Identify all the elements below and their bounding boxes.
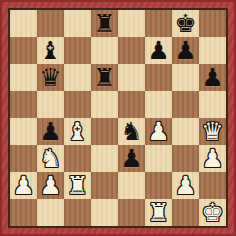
square-h5[interactable] [199, 91, 226, 118]
square-e7[interactable] [118, 37, 145, 64]
square-e4[interactable]: ♞ [118, 118, 145, 145]
square-f7[interactable]: ♟ [145, 37, 172, 64]
square-c5[interactable] [64, 91, 91, 118]
square-g5[interactable] [172, 91, 199, 118]
piece-white-pawn: ♟ [145, 118, 172, 145]
square-h8[interactable] [199, 10, 226, 37]
square-a5[interactable] [10, 91, 37, 118]
square-e8[interactable] [118, 10, 145, 37]
piece-black-bishop: ♝ [37, 37, 64, 64]
piece-black-pawn: ♟ [172, 37, 199, 64]
square-h2[interactable] [199, 172, 226, 199]
square-b6[interactable]: ♛ [37, 64, 64, 91]
piece-black-knight: ♞ [118, 118, 145, 145]
piece-white-knight: ♞ [37, 145, 64, 172]
board-frame: ♜♚♝♟♟♛♜♟♟♝♞♟♛♞♟♟♟♟♜♟♜♚ [0, 0, 236, 236]
square-d1[interactable] [91, 199, 118, 226]
square-d3[interactable] [91, 145, 118, 172]
piece-black-king: ♚ [172, 10, 199, 37]
piece-black-pawn: ♟ [199, 64, 226, 91]
piece-white-king: ♚ [199, 199, 226, 226]
square-d7[interactable] [91, 37, 118, 64]
piece-white-pawn: ♟ [172, 172, 199, 199]
square-g2[interactable]: ♟ [172, 172, 199, 199]
square-g1[interactable] [172, 199, 199, 226]
square-f5[interactable] [145, 91, 172, 118]
square-e3[interactable]: ♟ [118, 145, 145, 172]
square-a2[interactable]: ♟ [10, 172, 37, 199]
square-g7[interactable]: ♟ [172, 37, 199, 64]
square-a3[interactable] [10, 145, 37, 172]
piece-white-pawn: ♟ [37, 172, 64, 199]
square-c4[interactable]: ♝ [64, 118, 91, 145]
square-h4[interactable]: ♛ [199, 118, 226, 145]
piece-black-pawn: ♟ [145, 37, 172, 64]
square-f6[interactable] [145, 64, 172, 91]
square-a4[interactable] [10, 118, 37, 145]
square-a6[interactable] [10, 64, 37, 91]
piece-white-rook: ♜ [145, 199, 172, 226]
piece-white-pawn: ♟ [199, 145, 226, 172]
square-a8[interactable] [10, 10, 37, 37]
square-e5[interactable] [118, 91, 145, 118]
square-d4[interactable] [91, 118, 118, 145]
square-f3[interactable] [145, 145, 172, 172]
square-c2[interactable]: ♜ [64, 172, 91, 199]
square-h1[interactable]: ♚ [199, 199, 226, 226]
square-a1[interactable] [10, 199, 37, 226]
square-b2[interactable]: ♟ [37, 172, 64, 199]
square-f4[interactable]: ♟ [145, 118, 172, 145]
square-c8[interactable] [64, 10, 91, 37]
square-h7[interactable] [199, 37, 226, 64]
square-f2[interactable] [145, 172, 172, 199]
square-g6[interactable] [172, 64, 199, 91]
square-h3[interactable]: ♟ [199, 145, 226, 172]
square-c1[interactable] [64, 199, 91, 226]
chess-board: ♜♚♝♟♟♛♜♟♟♝♞♟♛♞♟♟♟♟♜♟♜♚ [8, 8, 228, 228]
square-g8[interactable]: ♚ [172, 10, 199, 37]
piece-black-rook: ♜ [91, 64, 118, 91]
piece-black-queen: ♛ [37, 64, 64, 91]
piece-white-rook: ♜ [64, 172, 91, 199]
square-g4[interactable] [172, 118, 199, 145]
square-d6[interactable]: ♜ [91, 64, 118, 91]
square-e1[interactable] [118, 199, 145, 226]
square-f8[interactable] [145, 10, 172, 37]
square-b1[interactable] [37, 199, 64, 226]
square-d2[interactable] [91, 172, 118, 199]
square-a7[interactable] [10, 37, 37, 64]
square-c3[interactable] [64, 145, 91, 172]
square-b8[interactable] [37, 10, 64, 37]
square-e2[interactable] [118, 172, 145, 199]
square-f1[interactable]: ♜ [145, 199, 172, 226]
square-b7[interactable]: ♝ [37, 37, 64, 64]
piece-white-pawn: ♟ [10, 172, 37, 199]
square-d8[interactable]: ♜ [91, 10, 118, 37]
square-h6[interactable]: ♟ [199, 64, 226, 91]
piece-black-rook: ♜ [91, 10, 118, 37]
square-b4[interactable]: ♟ [37, 118, 64, 145]
square-b3[interactable]: ♞ [37, 145, 64, 172]
square-c7[interactable] [64, 37, 91, 64]
piece-black-pawn: ♟ [37, 118, 64, 145]
square-e6[interactable] [118, 64, 145, 91]
square-b5[interactable] [37, 91, 64, 118]
piece-white-bishop: ♝ [64, 118, 91, 145]
piece-black-pawn: ♟ [118, 145, 145, 172]
square-d5[interactable] [91, 91, 118, 118]
square-c6[interactable] [64, 64, 91, 91]
square-g3[interactable] [172, 145, 199, 172]
piece-white-queen: ♛ [199, 118, 226, 145]
